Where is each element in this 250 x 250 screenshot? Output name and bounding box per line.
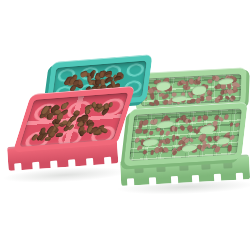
food-bit xyxy=(154,99,159,105)
tray-top-surface xyxy=(13,86,136,153)
food-bit xyxy=(135,128,142,133)
wall-slot xyxy=(223,161,232,168)
food-bit xyxy=(174,127,178,132)
food-bit xyxy=(205,95,212,102)
food-bit xyxy=(159,130,165,136)
food-bit xyxy=(150,150,154,155)
food-bit xyxy=(214,146,221,153)
tray-inner-recess xyxy=(19,92,129,147)
ridge-island xyxy=(200,124,216,134)
food-bit xyxy=(138,123,143,129)
tray-inner-recess xyxy=(129,108,242,161)
food-bit xyxy=(202,114,209,120)
food-bit xyxy=(166,140,170,145)
food-bit xyxy=(55,133,63,137)
food-bit xyxy=(142,129,148,135)
tray-inner-recess xyxy=(141,74,242,107)
wall-notch xyxy=(104,157,112,165)
ridge-island xyxy=(143,138,158,147)
food-bit xyxy=(174,135,179,140)
wall-notch xyxy=(14,163,22,171)
wall-slot xyxy=(179,163,188,170)
food-bit xyxy=(45,137,53,141)
wall-notch xyxy=(170,176,177,184)
food-bit xyxy=(200,97,204,102)
wall-notch xyxy=(149,177,156,185)
food-bit xyxy=(218,116,224,122)
food-bit xyxy=(229,135,235,141)
food-bit xyxy=(224,115,229,121)
wall-notch xyxy=(86,158,94,166)
food-bit xyxy=(148,131,154,136)
wall-slot xyxy=(201,162,210,169)
food-bit xyxy=(228,144,232,151)
wall-notch xyxy=(68,159,76,167)
tray-top-surface xyxy=(123,102,247,167)
wall-slot xyxy=(157,165,166,172)
food-bit xyxy=(235,122,240,127)
food-bit xyxy=(109,101,113,107)
wall-notch xyxy=(192,175,199,183)
wall-notch xyxy=(214,174,221,182)
food-bit xyxy=(189,137,194,143)
food-bit xyxy=(197,118,202,123)
food-bit xyxy=(165,130,171,136)
wall-notch xyxy=(127,178,134,186)
food-bit xyxy=(171,150,177,156)
food-bit xyxy=(230,122,234,127)
food-bit xyxy=(138,145,143,149)
wall-notch xyxy=(236,173,243,181)
food-bit xyxy=(80,71,87,79)
product-photo xyxy=(0,0,250,250)
wall-notch xyxy=(50,161,58,169)
food-bit xyxy=(143,150,149,155)
food-bit xyxy=(179,124,186,131)
food-bit xyxy=(192,116,195,121)
wall-notch xyxy=(32,162,40,170)
wall-slot xyxy=(134,166,143,173)
